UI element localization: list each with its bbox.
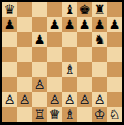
black-pawn[interactable]: ♟ <box>79 17 91 32</box>
white-bishop[interactable]: ♗ <box>64 107 76 122</box>
white-rook[interactable]: ♖ <box>34 107 46 122</box>
square-a8[interactable]: ♛ <box>2 2 17 17</box>
square-d2[interactable]: ♙ <box>47 92 62 107</box>
black-pawn[interactable]: ♟ <box>4 17 16 32</box>
square-b4[interactable] <box>17 62 32 77</box>
square-c8[interactable] <box>32 2 47 17</box>
square-c2[interactable] <box>32 92 47 107</box>
square-g4[interactable] <box>92 62 107 77</box>
square-a6[interactable] <box>2 32 17 47</box>
white-pawn[interactable]: ♙ <box>79 92 91 107</box>
square-f5[interactable] <box>77 47 92 62</box>
square-f8[interactable]: ♚ <box>77 2 92 17</box>
white-pawn[interactable]: ♙ <box>94 92 106 107</box>
square-h6[interactable] <box>107 32 122 47</box>
square-g1[interactable]: ♔ <box>92 107 107 122</box>
square-c1[interactable]: ♖ <box>32 107 47 122</box>
square-f6[interactable] <box>77 32 92 47</box>
black-pawn[interactable]: ♟ <box>64 17 76 32</box>
square-c3[interactable]: ♙ <box>32 77 47 92</box>
square-e5[interactable] <box>62 47 77 62</box>
square-g8[interactable]: ♜ <box>92 2 107 17</box>
square-h1[interactable]: ♘ <box>107 107 122 122</box>
square-b8[interactable] <box>17 2 32 17</box>
black-pawn[interactable]: ♟ <box>94 17 106 32</box>
white-knight[interactable]: ♘ <box>109 107 121 122</box>
square-e7[interactable]: ♟ <box>62 17 77 32</box>
square-e4[interactable]: ♗ <box>62 62 77 77</box>
white-bishop[interactable]: ♗ <box>64 62 76 77</box>
square-h7[interactable]: ♟ <box>107 17 122 32</box>
square-b1[interactable] <box>17 107 32 122</box>
square-d1[interactable]: ♕ <box>47 107 62 122</box>
chess-board: ♛♝♚♜♟♟♟♟♟♟♟♞♗♙♙♙♙♙♙♙♖♕♗♔♘ <box>2 2 122 122</box>
square-h3[interactable] <box>107 77 122 92</box>
square-g7[interactable]: ♟ <box>92 17 107 32</box>
square-g6[interactable]: ♞ <box>92 32 107 47</box>
square-f7[interactable]: ♟ <box>77 17 92 32</box>
white-pawn[interactable]: ♙ <box>64 92 76 107</box>
square-d6[interactable] <box>47 32 62 47</box>
square-e8[interactable]: ♝ <box>62 2 77 17</box>
square-a4[interactable] <box>2 62 17 77</box>
square-b5[interactable] <box>17 47 32 62</box>
black-pawn[interactable]: ♟ <box>109 17 121 32</box>
square-f3[interactable] <box>77 77 92 92</box>
white-queen[interactable]: ♕ <box>49 107 61 122</box>
black-pawn[interactable]: ♟ <box>49 17 61 32</box>
square-b3[interactable] <box>17 77 32 92</box>
square-e3[interactable] <box>62 77 77 92</box>
white-pawn[interactable]: ♙ <box>19 92 31 107</box>
square-f2[interactable]: ♙ <box>77 92 92 107</box>
square-h8[interactable] <box>107 2 122 17</box>
square-d7[interactable]: ♟ <box>47 17 62 32</box>
square-a2[interactable]: ♙ <box>2 92 17 107</box>
white-pawn[interactable]: ♙ <box>34 77 46 92</box>
square-g3[interactable] <box>92 77 107 92</box>
square-f4[interactable] <box>77 62 92 77</box>
square-h4[interactable] <box>107 62 122 77</box>
square-a5[interactable] <box>2 47 17 62</box>
square-b7[interactable] <box>17 17 32 32</box>
square-b6[interactable] <box>17 32 32 47</box>
square-c7[interactable] <box>32 17 47 32</box>
square-e2[interactable]: ♙ <box>62 92 77 107</box>
square-a3[interactable] <box>2 77 17 92</box>
square-d8[interactable] <box>47 2 62 17</box>
white-pawn[interactable]: ♙ <box>49 92 61 107</box>
square-g5[interactable] <box>92 47 107 62</box>
white-pawn[interactable]: ♙ <box>4 92 16 107</box>
square-c5[interactable] <box>32 47 47 62</box>
square-c6[interactable]: ♟ <box>32 32 47 47</box>
square-e6[interactable] <box>62 32 77 47</box>
square-g2[interactable]: ♙ <box>92 92 107 107</box>
black-queen[interactable]: ♛ <box>4 2 16 17</box>
square-d4[interactable] <box>47 62 62 77</box>
black-pawn[interactable]: ♟ <box>34 32 46 47</box>
black-bishop[interactable]: ♝ <box>64 2 76 17</box>
black-rook[interactable]: ♜ <box>94 2 106 17</box>
square-f1[interactable] <box>77 107 92 122</box>
chess-board-frame: ♛♝♚♜♟♟♟♟♟♟♟♞♗♙♙♙♙♙♙♙♖♕♗♔♘ <box>0 0 124 125</box>
white-king[interactable]: ♔ <box>94 107 106 122</box>
square-h2[interactable] <box>107 92 122 107</box>
square-c4[interactable] <box>32 62 47 77</box>
black-king[interactable]: ♚ <box>79 2 91 17</box>
black-knight[interactable]: ♞ <box>94 32 106 47</box>
square-a1[interactable] <box>2 107 17 122</box>
square-d3[interactable] <box>47 77 62 92</box>
square-d5[interactable] <box>47 47 62 62</box>
square-e1[interactable]: ♗ <box>62 107 77 122</box>
square-h5[interactable] <box>107 47 122 62</box>
square-a7[interactable]: ♟ <box>2 17 17 32</box>
square-b2[interactable]: ♙ <box>17 92 32 107</box>
